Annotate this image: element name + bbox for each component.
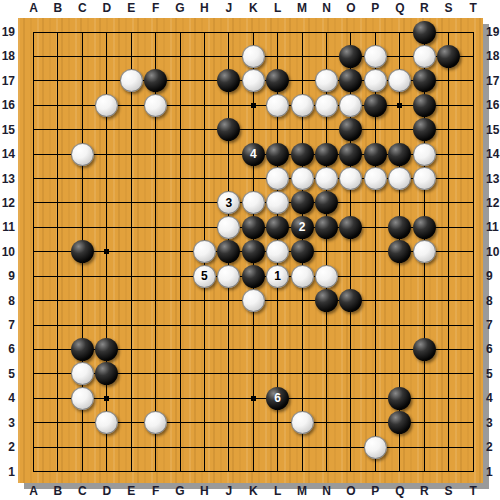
white-stone[interactable]	[291, 265, 314, 288]
white-stone[interactable]	[413, 45, 436, 68]
go-board[interactable]: 432516	[18, 18, 483, 483]
coord-label-right: 14	[486, 147, 500, 161]
black-stone[interactable]	[413, 338, 436, 361]
coord-label-top: N	[317, 1, 337, 15]
white-stone[interactable]	[217, 216, 240, 239]
star-point	[104, 249, 109, 254]
coord-label-left: 5	[0, 367, 15, 381]
black-stone[interactable]	[388, 387, 411, 410]
white-stone[interactable]	[71, 362, 94, 385]
white-stone[interactable]	[266, 240, 289, 263]
go-diagram-page: { "game": "go", "board": { "size": 19, "…	[0, 0, 500, 500]
coord-label-bottom: N	[317, 484, 337, 498]
white-stone[interactable]: 1	[266, 265, 289, 288]
black-stone[interactable]	[388, 240, 411, 263]
coord-label-bottom: D	[97, 484, 117, 498]
black-stone[interactable]	[291, 191, 314, 214]
black-stone[interactable]	[315, 191, 338, 214]
coord-label-right: 18	[486, 49, 500, 63]
coord-label-right: 7	[486, 318, 500, 332]
stone-move-number: 2	[291, 216, 314, 239]
black-stone[interactable]	[95, 338, 118, 361]
black-stone[interactable]	[413, 69, 436, 92]
black-stone[interactable]	[242, 240, 265, 263]
coord-label-top: P	[365, 1, 385, 15]
white-stone[interactable]	[120, 69, 143, 92]
stone-move-number: 1	[267, 266, 288, 287]
coord-label-top: Q	[390, 1, 410, 15]
star-point	[104, 396, 109, 401]
white-stone[interactable]	[266, 167, 289, 190]
coord-label-right: 19	[486, 25, 500, 39]
coord-label-bottom: M	[292, 484, 312, 498]
black-stone[interactable]: 2	[291, 216, 314, 239]
coord-label-left: 18	[0, 49, 15, 63]
white-stone[interactable]	[364, 167, 387, 190]
stone-move-number: 4	[242, 143, 265, 166]
white-stone[interactable]	[71, 143, 94, 166]
black-stone[interactable]	[413, 216, 436, 239]
black-stone[interactable]: 4	[242, 143, 265, 166]
coord-label-left: 7	[0, 318, 15, 332]
white-stone[interactable]	[242, 69, 265, 92]
white-stone[interactable]	[242, 289, 265, 312]
coord-label-top: O	[341, 1, 361, 15]
coord-label-top: D	[97, 1, 117, 15]
black-stone[interactable]	[266, 143, 289, 166]
coord-label-left: 9	[0, 269, 15, 283]
stone-move-number: 6	[266, 387, 289, 410]
black-stone[interactable]	[388, 143, 411, 166]
coord-label-bottom: S	[439, 484, 459, 498]
white-stone[interactable]	[144, 94, 167, 117]
coord-label-right: 6	[486, 342, 500, 356]
coord-label-top: B	[48, 1, 68, 15]
coord-label-bottom: L	[268, 484, 288, 498]
coord-label-left: 10	[0, 245, 15, 259]
coord-label-top: J	[219, 1, 239, 15]
coord-label-left: 11	[0, 220, 15, 234]
coord-label-right: 4	[486, 391, 500, 405]
white-stone[interactable]	[95, 411, 118, 434]
white-stone[interactable]	[388, 167, 411, 190]
black-stone[interactable]	[291, 240, 314, 263]
coord-label-top: S	[439, 1, 459, 15]
black-stone[interactable]	[242, 265, 265, 288]
black-stone[interactable]	[291, 143, 314, 166]
black-stone[interactable]	[315, 289, 338, 312]
white-stone[interactable]	[71, 387, 94, 410]
white-stone[interactable]	[266, 94, 289, 117]
coord-label-top: M	[292, 1, 312, 15]
black-stone[interactable]	[71, 240, 94, 263]
coord-label-bottom: G	[170, 484, 190, 498]
white-stone[interactable]: 3	[217, 191, 240, 214]
black-stone[interactable]	[413, 21, 436, 44]
black-stone[interactable]	[144, 69, 167, 92]
stone-move-number: 3	[218, 192, 239, 213]
coord-label-right: 15	[486, 123, 500, 137]
coord-label-bottom: R	[414, 484, 434, 498]
white-stone[interactable]	[193, 240, 216, 263]
white-stone[interactable]	[242, 45, 265, 68]
black-stone[interactable]	[413, 94, 436, 117]
coord-label-bottom: Q	[390, 484, 410, 498]
black-stone[interactable]	[266, 69, 289, 92]
board-grid-line	[448, 32, 449, 473]
white-stone[interactable]	[291, 411, 314, 434]
coord-label-top: E	[121, 1, 141, 15]
white-stone[interactable]	[315, 94, 338, 117]
white-stone[interactable]	[242, 191, 265, 214]
coord-label-bottom: B	[48, 484, 68, 498]
white-stone[interactable]	[364, 436, 387, 459]
black-stone[interactable]	[413, 118, 436, 141]
coord-label-left: 16	[0, 98, 15, 112]
white-stone[interactable]	[291, 94, 314, 117]
white-stone[interactable]	[364, 69, 387, 92]
coord-label-left: 2	[0, 440, 15, 454]
black-stone[interactable]	[95, 362, 118, 385]
black-stone[interactable]	[339, 69, 362, 92]
coord-label-right: 8	[486, 294, 500, 308]
white-stone[interactable]	[413, 167, 436, 190]
black-stone[interactable]	[364, 143, 387, 166]
coord-label-left: 4	[0, 391, 15, 405]
coord-label-bottom: K	[243, 484, 263, 498]
coord-label-right: 12	[486, 196, 500, 210]
black-stone[interactable]	[339, 45, 362, 68]
coord-label-top: F	[146, 1, 166, 15]
coord-label-left: 1	[0, 465, 15, 479]
black-stone[interactable]	[315, 143, 338, 166]
black-stone[interactable]	[315, 216, 338, 239]
coord-label-right: 16	[486, 98, 500, 112]
coord-label-top: R	[414, 1, 434, 15]
board-grid-line	[33, 325, 474, 326]
white-stone[interactable]	[388, 69, 411, 92]
coord-label-top: L	[268, 1, 288, 15]
coord-label-top: K	[243, 1, 263, 15]
board-grid-line	[33, 447, 474, 448]
black-stone[interactable]	[388, 411, 411, 434]
coord-label-right: 3	[486, 416, 500, 430]
white-stone[interactable]	[413, 240, 436, 263]
board-grid-line	[473, 32, 474, 473]
coord-label-right: 5	[486, 367, 500, 381]
white-stone[interactable]	[315, 69, 338, 92]
black-stone[interactable]	[217, 118, 240, 141]
coord-label-right: 11	[486, 220, 500, 234]
coord-label-left: 15	[0, 123, 15, 137]
black-stone[interactable]	[339, 143, 362, 166]
white-stone[interactable]: 5	[193, 265, 216, 288]
white-stone[interactable]	[95, 94, 118, 117]
coord-label-bottom: T	[463, 484, 483, 498]
coord-label-left: 13	[0, 172, 15, 186]
coord-label-left: 14	[0, 147, 15, 161]
coord-label-bottom: E	[121, 484, 141, 498]
coord-label-bottom: A	[24, 484, 44, 498]
coord-label-bottom: C	[72, 484, 92, 498]
white-stone[interactable]	[339, 167, 362, 190]
white-stone[interactable]	[315, 265, 338, 288]
coord-label-top: C	[72, 1, 92, 15]
white-stone[interactable]	[217, 265, 240, 288]
coord-label-bottom: F	[146, 484, 166, 498]
black-stone[interactable]	[217, 240, 240, 263]
white-stone[interactable]	[291, 167, 314, 190]
coord-label-right: 1	[486, 465, 500, 479]
board-grid-line	[33, 471, 474, 472]
star-point	[251, 103, 256, 108]
black-stone[interactable]	[364, 94, 387, 117]
black-stone[interactable]	[71, 338, 94, 361]
white-stone[interactable]	[364, 45, 387, 68]
black-stone[interactable]	[339, 216, 362, 239]
coord-label-bottom: J	[219, 484, 239, 498]
coord-label-left: 12	[0, 196, 15, 210]
coord-label-bottom: H	[194, 484, 214, 498]
white-stone[interactable]	[315, 167, 338, 190]
black-stone[interactable]	[339, 118, 362, 141]
coord-label-left: 17	[0, 74, 15, 88]
black-stone[interactable]	[339, 289, 362, 312]
coord-label-right: 17	[486, 74, 500, 88]
black-stone[interactable]	[266, 216, 289, 239]
coord-label-right: 9	[486, 269, 500, 283]
coord-label-top: H	[194, 1, 214, 15]
coord-label-top: T	[463, 1, 483, 15]
coord-label-bottom: P	[365, 484, 385, 498]
coord-label-top: A	[24, 1, 44, 15]
coord-label-left: 8	[0, 294, 15, 308]
coord-label-top: G	[170, 1, 190, 15]
coord-label-right: 13	[486, 172, 500, 186]
stone-move-number: 5	[194, 266, 215, 287]
white-stone[interactable]	[144, 411, 167, 434]
coord-label-left: 19	[0, 25, 15, 39]
star-point	[397, 103, 402, 108]
black-stone[interactable]	[388, 216, 411, 239]
coord-label-left: 3	[0, 416, 15, 430]
black-stone[interactable]	[437, 45, 460, 68]
black-stone[interactable]	[242, 216, 265, 239]
coord-label-right: 2	[486, 440, 500, 454]
star-point	[251, 396, 256, 401]
coord-label-right: 10	[486, 245, 500, 259]
coord-label-bottom: O	[341, 484, 361, 498]
white-stone[interactable]	[339, 94, 362, 117]
black-stone[interactable]	[217, 69, 240, 92]
coord-label-left: 6	[0, 342, 15, 356]
black-stone[interactable]: 6	[266, 387, 289, 410]
white-stone[interactable]	[266, 191, 289, 214]
white-stone[interactable]	[413, 143, 436, 166]
